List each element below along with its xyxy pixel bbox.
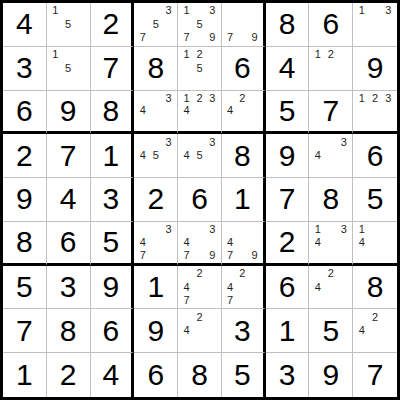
- cell-r8c9[interactable]: 24: [353, 309, 397, 353]
- pencil-mark-7: 7: [136, 31, 149, 45]
- pencil-mark-3: 3: [382, 92, 395, 105]
- digit: 8: [147, 53, 164, 83]
- pencil-marks: 125: [180, 48, 219, 89]
- pencil-mark-5: 5: [193, 18, 206, 32]
- pencil-mark-3: 3: [162, 4, 175, 18]
- pencil-marks: 1234: [180, 92, 219, 131]
- pencil-mark-3: 3: [162, 223, 175, 236]
- pencil-mark-4: 4: [224, 236, 236, 249]
- digit: 9: [60, 96, 77, 126]
- pencil-marks: 15: [49, 48, 88, 89]
- pencil-mark-3: 3: [337, 135, 350, 149]
- pencil-mark-4: 4: [355, 236, 368, 249]
- cell-r1c7[interactable]: 8: [266, 3, 310, 47]
- pencil-mark-4: 4: [180, 324, 193, 338]
- pencil-mark-1: 1: [49, 48, 62, 62]
- pencil-mark-7: 7: [180, 31, 193, 45]
- pencil-marks: 24: [355, 310, 395, 351]
- pencil-mark-1: 1: [49, 4, 62, 18]
- pencil-marks: 24: [224, 92, 261, 131]
- pencil-mark-2: 2: [193, 310, 206, 324]
- pencil-mark-2: 2: [193, 267, 206, 281]
- cell-r1c5[interactable]: 13579: [178, 3, 222, 47]
- cell-r4c9[interactable]: 6: [353, 134, 397, 178]
- cell-r4c1[interactable]: 2: [3, 134, 47, 178]
- pencil-mark-2: 2: [193, 92, 206, 105]
- cell-r3c3[interactable]: 8: [91, 91, 135, 135]
- digit: 7: [279, 184, 296, 214]
- digit: 6: [103, 316, 120, 346]
- cell-r2c7[interactable]: 4: [266, 47, 310, 91]
- cell-r8c4[interactable]: 9: [134, 309, 178, 353]
- pencil-marks: 13: [355, 4, 395, 45]
- cell-r9c1[interactable]: 1: [3, 353, 47, 397]
- pencil-mark-4: 4: [136, 236, 149, 249]
- cell-r1c2[interactable]: 15: [47, 3, 91, 47]
- cell-r9c5[interactable]: 8: [178, 353, 222, 397]
- cell-r5c2[interactable]: 4: [47, 178, 91, 222]
- cell-r2c9[interactable]: 9: [353, 47, 397, 91]
- cell-r5c4[interactable]: 2: [134, 178, 178, 222]
- pencil-mark-4: 4: [180, 236, 193, 249]
- digit: 1: [234, 184, 251, 214]
- pencil-marks: 479: [224, 223, 261, 262]
- cell-r9c9[interactable]: 7: [353, 353, 397, 397]
- cell-r7c1[interactable]: 5: [3, 266, 47, 310]
- digit: 1: [103, 141, 120, 171]
- digit: 5: [103, 227, 120, 257]
- cell-r6c3[interactable]: 5: [91, 222, 135, 266]
- cell-r1c4[interactable]: 357: [134, 3, 178, 47]
- pencil-mark-4: 4: [180, 280, 193, 294]
- cell-r9c7[interactable]: 3: [266, 353, 310, 397]
- pencil-mark-2: 2: [324, 48, 337, 62]
- digit: 5: [279, 96, 296, 126]
- digit: 3: [103, 184, 120, 214]
- pencil-mark-9: 9: [206, 249, 219, 262]
- pencil-mark-1: 1: [355, 92, 368, 105]
- cell-r1c8[interactable]: 6: [309, 3, 353, 47]
- pencil-mark-7: 7: [180, 249, 193, 262]
- pencil-mark-4: 4: [311, 236, 324, 249]
- pencil-mark-3: 3: [162, 135, 175, 149]
- pencil-mark-4: 4: [355, 324, 368, 338]
- digit: 2: [16, 141, 33, 171]
- pencil-mark-3: 3: [206, 135, 219, 149]
- digit: 6: [60, 227, 77, 257]
- digit: 8: [191, 360, 208, 390]
- digit: 3: [279, 360, 296, 390]
- pencil-marks: 24: [311, 267, 350, 308]
- pencil-marks: 247: [180, 267, 219, 308]
- cell-r6c2[interactable]: 6: [47, 222, 91, 266]
- pencil-mark-1: 1: [355, 4, 368, 18]
- cell-r8c2[interactable]: 8: [47, 309, 91, 353]
- cell-r8c8[interactable]: 5: [309, 309, 353, 353]
- pencil-mark-7: 7: [224, 294, 236, 308]
- cell-r8c6[interactable]: 3: [222, 309, 266, 353]
- cell-r9c2[interactable]: 2: [47, 353, 91, 397]
- digit: 7: [16, 316, 33, 346]
- cell-r6c9[interactable]: 14: [353, 222, 397, 266]
- digit: 6: [279, 272, 296, 302]
- cell-r3c6[interactable]: 24: [222, 91, 266, 135]
- cell-r7c9[interactable]: 8: [353, 266, 397, 310]
- pencil-mark-5: 5: [149, 149, 162, 163]
- pencil-marks: 123: [355, 92, 395, 131]
- cell-r4c8[interactable]: 34: [309, 134, 353, 178]
- digit: 4: [60, 184, 77, 214]
- pencil-mark-4: 4: [180, 104, 193, 117]
- digit: 1: [16, 360, 33, 390]
- digit: 5: [367, 184, 384, 214]
- pencil-mark-2: 2: [236, 267, 248, 281]
- digit: 9: [322, 360, 339, 390]
- pencil-marks: 34: [311, 135, 350, 176]
- pencil-mark-9: 9: [248, 31, 260, 45]
- digit: 9: [16, 184, 33, 214]
- pencil-mark-9: 9: [248, 249, 260, 262]
- cell-r9c8[interactable]: 9: [309, 353, 353, 397]
- digit: 8: [234, 141, 251, 171]
- pencil-mark-2: 2: [193, 48, 206, 62]
- pencil-mark-3: 3: [162, 92, 175, 105]
- cell-r8c7[interactable]: 1: [266, 309, 310, 353]
- cell-r2c4[interactable]: 8: [134, 47, 178, 91]
- pencil-marks: 345: [136, 135, 175, 176]
- cell-r6c5[interactable]: 3479: [178, 222, 222, 266]
- pencil-marks: 14: [355, 223, 395, 262]
- cell-r2c3[interactable]: 7: [91, 47, 135, 91]
- pencil-marks: 79: [224, 4, 261, 45]
- cell-r2c1[interactable]: 3: [3, 47, 47, 91]
- pencil-mark-7: 7: [224, 31, 236, 45]
- digit: 6: [367, 141, 384, 171]
- pencil-mark-5: 5: [149, 18, 162, 32]
- pencil-mark-7: 7: [224, 249, 236, 262]
- pencil-mark-4: 4: [180, 149, 193, 163]
- pencil-mark-3: 3: [206, 223, 219, 236]
- digit: 9: [367, 53, 384, 83]
- cell-r7c4[interactable]: 1: [134, 266, 178, 310]
- cell-r7c3[interactable]: 9: [91, 266, 135, 310]
- digit: 6: [234, 53, 251, 83]
- cell-r6c4[interactable]: 347: [134, 222, 178, 266]
- cell-r3c5[interactable]: 1234: [178, 91, 222, 135]
- cell-r4c7[interactable]: 9: [266, 134, 310, 178]
- cell-r6c1[interactable]: 8: [3, 222, 47, 266]
- digit: 8: [103, 96, 120, 126]
- cell-r5c8[interactable]: 8: [309, 178, 353, 222]
- pencil-mark-9: 9: [206, 31, 219, 45]
- cell-r8c1[interactable]: 7: [3, 309, 47, 353]
- digit: 6: [147, 360, 164, 390]
- digit: 1: [147, 272, 164, 302]
- pencil-mark-4: 4: [224, 280, 236, 294]
- pencil-mark-5: 5: [193, 61, 206, 75]
- cell-r1c9[interactable]: 13: [353, 3, 397, 47]
- digit: 5: [322, 316, 339, 346]
- cell-r2c2[interactable]: 15: [47, 47, 91, 91]
- pencil-mark-3: 3: [382, 4, 395, 18]
- pencil-mark-4: 4: [136, 104, 149, 117]
- digit: 8: [16, 227, 33, 257]
- cell-r1c3[interactable]: 2: [91, 3, 135, 47]
- cell-r4c4[interactable]: 345: [134, 134, 178, 178]
- digit: 6: [16, 96, 33, 126]
- digit: 5: [234, 360, 251, 390]
- pencil-marks: 347: [136, 223, 175, 262]
- cell-r3c4[interactable]: 34: [134, 91, 178, 135]
- cell-r8c5[interactable]: 24: [178, 309, 222, 353]
- pencil-mark-1: 1: [311, 223, 324, 236]
- pencil-mark-4: 4: [136, 149, 149, 163]
- cell-r3c2[interactable]: 9: [47, 91, 91, 135]
- cell-r9c4[interactable]: 6: [134, 353, 178, 397]
- pencil-marks: 15: [49, 4, 88, 45]
- cell-r3c9[interactable]: 123: [353, 91, 397, 135]
- pencil-mark-3: 3: [337, 223, 350, 236]
- pencil-mark-2: 2: [324, 267, 337, 281]
- pencil-marks: 13579: [180, 4, 219, 45]
- pencil-marks: 12: [311, 48, 350, 89]
- cell-r5c9[interactable]: 5: [353, 178, 397, 222]
- cell-r5c3[interactable]: 3: [91, 178, 135, 222]
- digit: 7: [367, 360, 384, 390]
- digit: 9: [147, 316, 164, 346]
- digit: 3: [16, 53, 33, 83]
- cell-r9c3[interactable]: 4: [91, 353, 135, 397]
- cell-r4c2[interactable]: 7: [47, 134, 91, 178]
- pencil-marks: 247: [224, 267, 261, 308]
- cell-r5c6[interactable]: 1: [222, 178, 266, 222]
- digit: 3: [234, 316, 251, 346]
- digit: 9: [279, 141, 296, 171]
- cell-r2c8[interactable]: 12: [309, 47, 353, 91]
- pencil-mark-5: 5: [62, 61, 75, 75]
- cell-r5c5[interactable]: 6: [178, 178, 222, 222]
- digit: 8: [60, 316, 77, 346]
- cell-r6c8[interactable]: 134: [309, 222, 353, 266]
- cell-r7c6[interactable]: 247: [222, 266, 266, 310]
- digit: 8: [322, 184, 339, 214]
- cell-r2c5[interactable]: 125: [178, 47, 222, 91]
- pencil-mark-1: 1: [311, 48, 324, 62]
- cell-r8c3[interactable]: 6: [91, 309, 135, 353]
- digit: 2: [279, 227, 296, 257]
- digit: 3: [60, 272, 77, 302]
- digit: 8: [367, 272, 384, 302]
- pencil-mark-1: 1: [180, 4, 193, 18]
- digit: 2: [60, 360, 77, 390]
- pencil-mark-7: 7: [180, 294, 193, 308]
- digit: 7: [322, 96, 339, 126]
- cell-r4c3[interactable]: 1: [91, 134, 135, 178]
- cell-r2c6[interactable]: 6: [222, 47, 266, 91]
- digit: 2: [147, 184, 164, 214]
- pencil-marks: 134: [311, 223, 350, 262]
- cell-r7c8[interactable]: 24: [309, 266, 353, 310]
- pencil-marks: 24: [180, 310, 219, 351]
- digit: 4: [16, 9, 33, 39]
- sudoku-board: 4152357135797986133157812564129698341234…: [0, 0, 400, 400]
- cell-r5c7[interactable]: 7: [266, 178, 310, 222]
- cell-r3c1[interactable]: 6: [3, 91, 47, 135]
- digit: 1: [279, 316, 296, 346]
- cell-r3c7[interactable]: 5: [266, 91, 310, 135]
- digit: 6: [322, 9, 339, 39]
- cell-r7c2[interactable]: 3: [47, 266, 91, 310]
- pencil-marks: 3479: [180, 223, 219, 262]
- digit: 9: [103, 272, 120, 302]
- pencil-mark-1: 1: [355, 223, 368, 236]
- pencil-mark-2: 2: [368, 310, 381, 324]
- pencil-mark-4: 4: [224, 104, 236, 117]
- pencil-mark-2: 2: [368, 92, 381, 105]
- pencil-mark-4: 4: [311, 149, 324, 163]
- cell-r6c6[interactable]: 479: [222, 222, 266, 266]
- pencil-marks: 34: [136, 92, 175, 131]
- pencil-mark-7: 7: [136, 249, 149, 262]
- digit: 8: [279, 9, 296, 39]
- pencil-mark-4: 4: [311, 280, 324, 294]
- cell-r3c8[interactable]: 7: [309, 91, 353, 135]
- digit: 4: [279, 53, 296, 83]
- digit: 7: [60, 141, 77, 171]
- digit: 7: [103, 53, 120, 83]
- pencil-mark-5: 5: [62, 18, 75, 32]
- cell-r7c7[interactable]: 6: [266, 266, 310, 310]
- digit: 2: [103, 9, 120, 39]
- pencil-mark-3: 3: [206, 4, 219, 18]
- cell-r1c6[interactable]: 79: [222, 3, 266, 47]
- digit: 6: [191, 184, 208, 214]
- cell-r4c5[interactable]: 345: [178, 134, 222, 178]
- pencil-marks: 345: [180, 135, 219, 176]
- cell-r9c6[interactable]: 5: [222, 353, 266, 397]
- cell-r5c1[interactable]: 9: [3, 178, 47, 222]
- digit: 5: [16, 272, 33, 302]
- pencil-mark-1: 1: [180, 92, 193, 105]
- cell-r6c7[interactable]: 2: [266, 222, 310, 266]
- cell-r4c6[interactable]: 8: [222, 134, 266, 178]
- cell-r7c5[interactable]: 247: [178, 266, 222, 310]
- pencil-mark-3: 3: [206, 92, 219, 105]
- pencil-mark-5: 5: [193, 149, 206, 163]
- cell-r1c1[interactable]: 4: [3, 3, 47, 47]
- pencil-mark-2: 2: [236, 92, 248, 105]
- pencil-mark-1: 1: [180, 48, 193, 62]
- digit: 4: [103, 360, 120, 390]
- pencil-marks: 357: [136, 4, 175, 45]
